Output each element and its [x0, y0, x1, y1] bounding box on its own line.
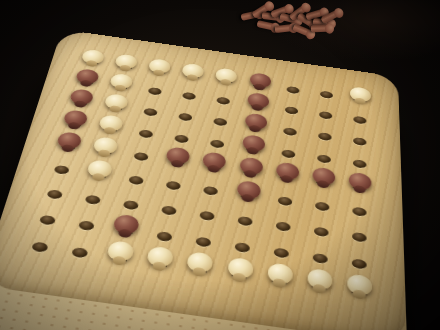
peg-hole — [195, 237, 211, 248]
peg-hole — [238, 216, 253, 227]
light-peg[interactable]: ● — [350, 86, 371, 103]
peg-hole — [283, 128, 297, 137]
peg-hole — [235, 242, 251, 253]
photo-scene: ●●●●●●●●●●●●●●●●●●●●●●●●●●●●●●●●●● — [0, 0, 440, 330]
dark-peg[interactable]: ● — [249, 72, 271, 89]
cell-r9c2[interactable] — [56, 234, 103, 267]
peg-hole — [314, 227, 329, 238]
peg-hole — [315, 202, 329, 212]
peg-hole — [46, 190, 63, 200]
peg-hole — [354, 116, 367, 125]
peg-hole — [210, 140, 225, 149]
peg-hole — [178, 113, 192, 122]
peg-hole — [71, 247, 88, 258]
peg-hole — [213, 118, 227, 127]
peg-hole — [353, 207, 367, 217]
peg-hole — [38, 215, 55, 226]
dark-peg[interactable]: ● — [239, 156, 263, 175]
peg-hole — [285, 106, 298, 115]
dark-peg[interactable]: ● — [202, 151, 227, 170]
peg-hole — [84, 195, 100, 205]
board-rotation-wrap: ●●●●●●●●●●●●●●●●●●●●●●●●●●●●●●●●●● — [2, 0, 426, 330]
spare-peg — [311, 25, 330, 33]
peg-hole — [156, 231, 172, 242]
cell-r9c9[interactable]: ● — [339, 273, 379, 307]
peg-hole — [161, 206, 177, 217]
peg-hole — [216, 97, 230, 106]
light-peg[interactable]: ● — [227, 257, 254, 280]
cell-r9c8[interactable]: ● — [299, 268, 340, 302]
peg-hole — [182, 92, 196, 101]
light-peg[interactable]: ● — [267, 262, 293, 285]
light-peg[interactable]: ● — [147, 246, 175, 269]
peg-board: ●●●●●●●●●●●●●●●●●●●●●●●●●●●●●●●●●● — [0, 29, 407, 330]
board-perspective-wrap: ●●●●●●●●●●●●●●●●●●●●●●●●●●●●●●●●●● — [0, 29, 407, 330]
peg-hole — [138, 130, 153, 139]
peg-hole — [128, 176, 144, 186]
peg-hole — [354, 137, 367, 146]
cell-r9c3[interactable]: ● — [97, 240, 143, 273]
spare-peg — [275, 24, 295, 33]
peg-hole — [353, 232, 367, 243]
light-peg[interactable]: ● — [148, 58, 172, 75]
peg-hole — [353, 160, 367, 170]
peg-hole — [320, 91, 333, 99]
dark-peg[interactable]: ● — [242, 134, 266, 153]
dark-peg[interactable]: ● — [236, 180, 261, 200]
peg-hole — [133, 152, 148, 162]
cell-r9c4[interactable]: ● — [137, 245, 182, 279]
peg-hole — [53, 165, 69, 175]
peg-hole — [30, 242, 48, 253]
cell-r9c6[interactable]: ● — [218, 257, 261, 291]
dark-peg[interactable]: ● — [112, 214, 140, 236]
peg-hole — [203, 186, 218, 196]
peg-hole — [278, 197, 293, 207]
peg-hole — [313, 253, 328, 264]
peg-hole — [78, 221, 95, 232]
peg-hole — [287, 86, 300, 94]
peg-hole — [199, 211, 215, 222]
peg-hole — [318, 132, 331, 141]
board-grid: ●●●●●●●●●●●●●●●●●●●●●●●●●●●●●●●●●● — [16, 49, 380, 308]
dark-peg[interactable]: ● — [312, 167, 335, 187]
peg-hole — [174, 135, 189, 144]
peg-hole — [122, 200, 138, 210]
peg-hole — [143, 108, 158, 117]
peg-hole — [317, 155, 331, 164]
dark-peg[interactable]: ● — [247, 92, 270, 109]
peg-hole — [147, 87, 161, 96]
peg-hole — [282, 150, 296, 159]
dark-peg[interactable]: ● — [349, 172, 372, 192]
peg-hole — [352, 259, 367, 270]
light-peg[interactable]: ● — [215, 67, 238, 84]
peg-hole — [274, 248, 289, 259]
light-peg[interactable]: ● — [106, 240, 135, 263]
dark-peg[interactable]: ● — [275, 162, 299, 182]
peg-hole — [165, 181, 181, 191]
light-peg[interactable]: ● — [109, 73, 134, 90]
cell-r9c7[interactable]: ● — [258, 262, 300, 296]
light-peg[interactable]: ● — [187, 251, 214, 274]
light-peg[interactable]: ● — [182, 63, 205, 80]
dark-peg[interactable]: ● — [166, 146, 191, 165]
light-peg[interactable]: ● — [307, 268, 332, 291]
peg-hole — [319, 111, 332, 120]
peg-hole — [276, 222, 291, 233]
light-peg[interactable]: ● — [347, 273, 372, 296]
cell-r9c5[interactable]: ● — [178, 251, 222, 285]
dark-peg[interactable]: ● — [244, 113, 267, 131]
